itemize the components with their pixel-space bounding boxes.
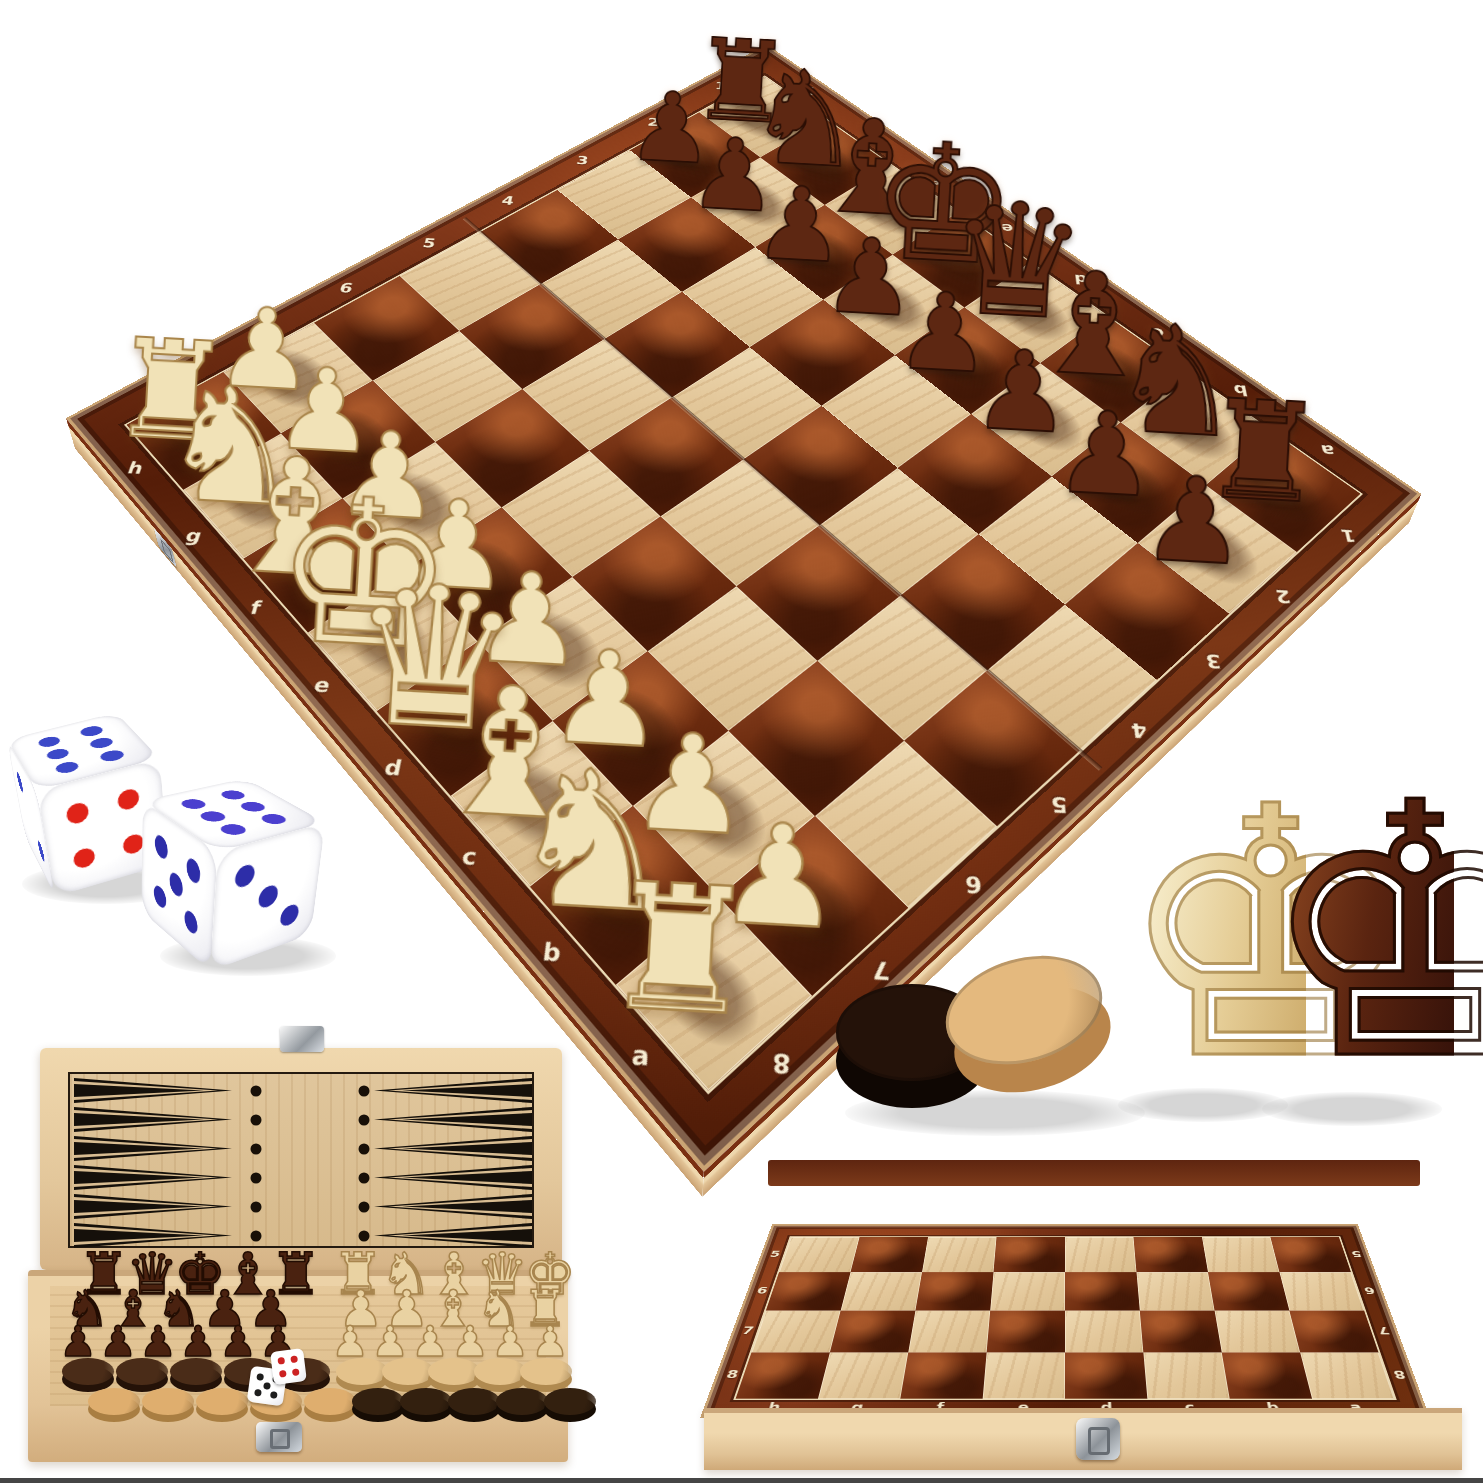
stored-checker-tan <box>520 1358 572 1392</box>
stored-dark-piece-p: ♟ <box>98 1321 138 1363</box>
rank-label-left-5: 5 <box>418 235 441 251</box>
backgammon-point-left-5 <box>74 1194 232 1219</box>
photo-bottom-border <box>0 1478 1483 1483</box>
stored-dark-piece-p: ♟ <box>178 1321 218 1363</box>
backgammon-dot <box>251 1172 262 1183</box>
backgammon-dot <box>251 1114 262 1125</box>
folded-board-grid <box>736 1237 1395 1398</box>
rank-label-left-1: 1 <box>711 79 730 92</box>
backgammon-dot <box>358 1085 369 1096</box>
folded-square-f7 <box>908 1311 990 1353</box>
stored-light-piece-p: ♟ <box>530 1321 570 1363</box>
folded-square-e8 <box>983 1352 1065 1398</box>
die-pip <box>53 760 81 775</box>
folded-square-d6 <box>1065 1272 1140 1310</box>
backgammon-dot <box>358 1201 369 1212</box>
mini-die-pip <box>277 1357 285 1365</box>
stored-checker-darkfront <box>352 1388 404 1422</box>
die-pip <box>36 735 62 748</box>
die-pip <box>237 800 269 813</box>
die-pip <box>117 787 140 812</box>
backgammon-point-right-3 <box>374 1136 532 1161</box>
die-pip <box>44 747 71 761</box>
folded-rank-right-5: 5 <box>1346 1249 1366 1258</box>
rank-label-right-7: 7 <box>867 955 895 986</box>
stored-checker-dark <box>62 1358 114 1392</box>
folded-square-a7 <box>1289 1311 1378 1353</box>
right-die-cube <box>174 799 283 939</box>
stored-checker-dark <box>170 1358 222 1392</box>
backgammon-dot <box>358 1143 369 1154</box>
rank-label-right-1: 1 <box>1334 525 1361 546</box>
backgammon-point-left-1 <box>74 1078 232 1103</box>
die-pip <box>155 832 168 862</box>
file-label-top-h: h <box>799 84 817 97</box>
file-label-top-c: c <box>1146 324 1169 341</box>
folded-square-h8 <box>736 1352 830 1398</box>
backgammon-point-left-2 <box>74 1107 232 1132</box>
stored-checker-darkfront <box>400 1388 452 1422</box>
die-pip <box>169 869 183 900</box>
folded-board-clasp <box>1076 1418 1120 1460</box>
backgammon-dot <box>358 1172 369 1183</box>
folded-square-g5 <box>851 1237 929 1272</box>
mini-die-pip <box>263 1382 271 1390</box>
rank-label-right-5: 5 <box>1045 791 1073 818</box>
folded-square-h7 <box>751 1311 840 1353</box>
right-die <box>166 806 292 932</box>
file-label-top-d: d <box>1069 271 1091 287</box>
folded-rank-left-6: 6 <box>752 1285 773 1295</box>
rank-label-right-2: 2 <box>1269 585 1297 607</box>
folded-board-front <box>704 1408 1462 1470</box>
stored-light-piece-p: ♟ <box>490 1321 530 1363</box>
die-pip <box>16 768 25 796</box>
folded-square-g7 <box>830 1311 916 1353</box>
die-pip <box>217 789 248 801</box>
backgammon-dot <box>251 1085 262 1096</box>
die-pip <box>184 907 198 938</box>
folded-square-d7 <box>1065 1311 1143 1353</box>
backgammon-point-right-5 <box>374 1194 532 1219</box>
die-pip <box>177 798 209 811</box>
left-die <box>28 742 146 860</box>
mini-die-pip <box>254 1389 262 1397</box>
file-label-top-g: g <box>862 127 880 141</box>
lid-clasp <box>280 1026 324 1052</box>
rank-label-right-8: 8 <box>766 1046 796 1079</box>
stored-checker-darkfront <box>448 1388 500 1422</box>
folded-rank-right-8: 8 <box>1388 1368 1412 1380</box>
backgammon-point-right-4 <box>374 1165 532 1190</box>
folded-square-c6 <box>1136 1272 1214 1310</box>
die-pip <box>37 837 46 866</box>
folded-square-b5 <box>1202 1237 1280 1272</box>
rank-label-right-3: 3 <box>1199 649 1227 673</box>
stored-checker-light <box>196 1388 248 1422</box>
stored-checker-light <box>88 1388 140 1422</box>
stored-checker-tan <box>382 1358 434 1392</box>
display-king-dark: ♚ <box>1258 758 1454 1108</box>
folded-board-top: 55667788hgfedcba <box>700 1224 1430 1418</box>
mini-die-pip <box>270 1391 278 1399</box>
backgammon-dot <box>251 1143 262 1154</box>
die-pip <box>78 725 105 738</box>
stored-dark-piece-p: ♟ <box>218 1321 258 1363</box>
stored-checker-light <box>304 1388 356 1422</box>
chess-piece-white-rook[interactable]: ♜ <box>558 857 800 1043</box>
folded-square-f6 <box>915 1272 993 1310</box>
die-pip <box>88 736 116 750</box>
folded-square-b6 <box>1208 1272 1289 1310</box>
backgammon-point-left-3 <box>74 1136 232 1161</box>
file-label-top-f: f <box>927 173 946 188</box>
die-pip <box>257 812 290 826</box>
folded-square-e6 <box>990 1272 1065 1310</box>
mini-die-pip <box>256 1373 264 1381</box>
rank-label-right-6: 6 <box>959 870 987 899</box>
folded-square-a6 <box>1279 1272 1364 1310</box>
folded-square-h6 <box>766 1272 851 1310</box>
product-photo-canvas: ♜♞♝♚♛♝♞♜♟♟♟♟♟♟♟♟♟♟♟♟♟♟♟♟♜♞♝♚♛♝♞♜ 11hh22g… <box>0 0 1483 1483</box>
folded-square-e5 <box>994 1237 1065 1272</box>
file-label-bottom-a: a <box>624 1038 655 1071</box>
stored-checker-darkfront <box>544 1388 596 1422</box>
die-pip <box>98 748 127 763</box>
folded-square-c8 <box>1143 1352 1229 1398</box>
stored-checker-tan <box>474 1358 526 1392</box>
file-label-bottom-b: b <box>535 936 566 967</box>
stored-light-piece-p: ♟ <box>370 1321 410 1363</box>
mini-die-pip <box>279 1370 287 1378</box>
rank-label-left-4: 4 <box>497 193 519 208</box>
backgammon-point-left-4 <box>74 1165 232 1190</box>
stored-checker-light <box>142 1388 194 1422</box>
box-base-latch <box>256 1422 302 1452</box>
die-pip <box>196 810 229 824</box>
backgammon-panel <box>68 1072 534 1248</box>
backgammon-dot <box>251 1201 262 1212</box>
folded-rank-left-7: 7 <box>737 1325 759 1336</box>
stored-dark-piece-p: ♟ <box>138 1321 178 1363</box>
die-pip <box>216 822 250 836</box>
stored-checker-darkfront <box>496 1388 548 1422</box>
folded-square-d8 <box>1065 1352 1147 1398</box>
chess-piece-black-pawn[interactable]: ♟ <box>1096 456 1291 584</box>
folded-square-e7 <box>987 1311 1065 1353</box>
die-pip <box>122 832 145 856</box>
stored-dark-piece-p: ♟ <box>58 1321 98 1363</box>
folded-square-b7 <box>1215 1311 1301 1353</box>
folded-square-d5 <box>1065 1237 1136 1272</box>
folded-square-f5 <box>922 1237 997 1272</box>
die-pip <box>65 801 90 827</box>
rank-label-left-6: 6 <box>334 279 359 296</box>
folded-rank-right-7: 7 <box>1373 1325 1395 1336</box>
folded-square-c5 <box>1133 1237 1208 1272</box>
folded-square-a5 <box>1270 1237 1351 1272</box>
folded-square-g8 <box>818 1352 908 1398</box>
folded-square-b8 <box>1222 1352 1312 1398</box>
mini-die-pip <box>292 1369 300 1377</box>
stored-checker-tan <box>428 1358 480 1392</box>
stored-light-piece-p: ♟ <box>450 1321 490 1363</box>
backgammon-point-right-1 <box>374 1078 532 1103</box>
backgammon-point-right-2 <box>374 1107 532 1132</box>
stored-checker-dark <box>116 1358 168 1392</box>
folded-square-c7 <box>1140 1311 1222 1353</box>
mini-die-pip <box>291 1355 299 1363</box>
stored-light-piece-p: ♟ <box>410 1321 450 1363</box>
folded-square-a8 <box>1300 1352 1394 1398</box>
folded-rank-left-8: 8 <box>721 1368 745 1380</box>
die-pip <box>258 883 279 910</box>
mini-die-4 <box>270 1348 307 1385</box>
die-pip <box>73 846 97 870</box>
folded-square-h5 <box>779 1237 860 1272</box>
stored-checker-tan <box>336 1358 388 1392</box>
rank-label-left-3: 3 <box>572 153 593 167</box>
left-die-cube <box>21 734 147 865</box>
die-pip <box>186 855 201 887</box>
square-a8[interactable]: ♜ <box>615 897 811 1090</box>
rank-label-left-2: 2 <box>643 115 663 129</box>
die-pip <box>154 882 167 912</box>
stored-light-piece-p: ♟ <box>330 1321 370 1363</box>
die-pip <box>280 902 300 928</box>
folded-rank-right-6: 6 <box>1359 1285 1380 1295</box>
backgammon-dot <box>358 1114 369 1125</box>
folded-square-g6 <box>841 1272 922 1310</box>
folded-board-back-edge <box>768 1160 1420 1186</box>
die-pip <box>234 862 256 890</box>
open-box-lid-backgammon <box>40 1048 562 1270</box>
file-label-top-e: e <box>996 221 1017 236</box>
folded-square-f8 <box>900 1352 986 1398</box>
folded-rank-left-5: 5 <box>765 1249 785 1258</box>
